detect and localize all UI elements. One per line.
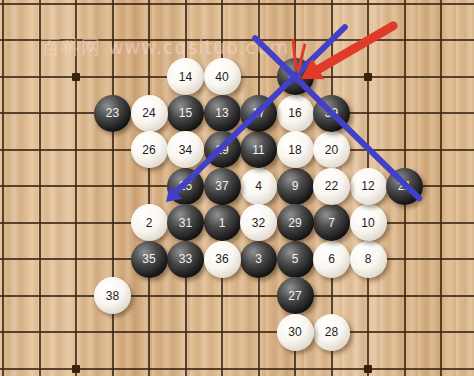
stone-move-number: 31 (179, 217, 192, 229)
stone-move-number: 16 (288, 107, 301, 119)
star-point (72, 73, 80, 81)
stone-move-number: 24 (142, 107, 155, 119)
stone-15-black: 15 (167, 95, 204, 132)
stone-7-black: 7 (313, 204, 350, 241)
stone-move-number: 22 (325, 180, 338, 192)
stone-move-number: 12 (361, 180, 374, 192)
stone-29-black: 29 (277, 204, 314, 241)
grid-horizontal-line (0, 331, 474, 333)
stone-move-number: 4 (255, 180, 262, 192)
stone-move-number: 35 (142, 253, 155, 265)
star-point (364, 365, 372, 373)
stone-move-number: 40 (215, 71, 228, 83)
stone-move-number: 2 (146, 217, 153, 229)
stone-move-number: 23 (106, 107, 119, 119)
stone-18-white: 18 (277, 131, 314, 168)
stone-move-number: 18 (288, 144, 301, 156)
stone-move-number: 36 (215, 253, 228, 265)
stone-move-number: 34 (179, 144, 192, 156)
stone-move-number: 32 (252, 217, 265, 229)
stone-3-black: 3 (240, 241, 277, 278)
stone-move-number: 7 (328, 217, 335, 229)
stone-9-black: 9 (277, 168, 314, 205)
stone-move-number: 26 (142, 144, 155, 156)
stone-4-white: 4 (240, 168, 277, 205)
stone-1-black: 1 (204, 204, 241, 241)
grid-vertical-line (440, 0, 442, 376)
stone-move-number: 29 (288, 217, 301, 229)
grid-horizontal-line (0, 295, 474, 297)
stone-move-number: 5 (292, 253, 299, 265)
stone-move-number: 3 (255, 253, 262, 265)
stone-2-white: 2 (131, 204, 168, 241)
stone-move-number: 27 (288, 290, 301, 302)
stone-move-number: 30 (288, 326, 301, 338)
stone-36-white: 36 (204, 241, 241, 278)
stone-30-white: 30 (277, 314, 314, 351)
stone-16-white: 16 (277, 95, 314, 132)
stone-move-number: 1 (219, 217, 226, 229)
stone-move-number: 14 (179, 71, 192, 83)
stone-14-white: 14 (167, 58, 204, 95)
stone-move-number: 13 (215, 107, 228, 119)
stone-move-number: 8 (365, 253, 372, 265)
stone-6-white: 6 (313, 241, 350, 278)
stone-8-white: 8 (350, 241, 387, 278)
stone-23-black: 23 (94, 95, 131, 132)
stone-move-number: 9 (292, 180, 299, 192)
grid-vertical-line (2, 0, 4, 376)
stone-move-number: 33 (179, 253, 192, 265)
stone-20-white: 20 (313, 131, 350, 168)
stone-34-white: 34 (167, 131, 204, 168)
stone-move-number: 20 (325, 144, 338, 156)
stone-37-black: 37 (204, 168, 241, 205)
stone-12-white: 12 (350, 168, 387, 205)
stone-move-number: 10 (361, 217, 374, 229)
stone-move-number: 6 (328, 253, 335, 265)
stone-22-white: 22 (313, 168, 350, 205)
stone-move-number: 11 (252, 144, 264, 156)
stone-27-black: 27 (277, 277, 314, 314)
stone-35-black: 35 (131, 241, 168, 278)
grid-horizontal-line (0, 3, 474, 5)
stone-26-white: 26 (131, 131, 168, 168)
stone-move-number: 15 (179, 107, 192, 119)
stone-28-white: 28 (313, 314, 350, 351)
stone-move-number: 28 (325, 326, 338, 338)
stone-move-number: 37 (215, 180, 228, 192)
stone-38-white: 38 (94, 277, 131, 314)
stone-10-white: 10 (350, 204, 387, 241)
star-point (364, 73, 372, 81)
stone-24-white: 24 (131, 95, 168, 132)
stone-5-black: 5 (277, 241, 314, 278)
stone-move-number: 38 (106, 290, 119, 302)
stone-31-black: 31 (167, 204, 204, 241)
stone-13-black: 13 (204, 95, 241, 132)
gomoku-board-diagram: 百科网 www.cqsituo.com 12345678910111213141… (0, 0, 474, 376)
stone-11-black: 11 (240, 131, 277, 168)
star-point (72, 365, 80, 373)
stone-33-black: 33 (167, 241, 204, 278)
stone-32-white: 32 (240, 204, 277, 241)
stone-40-white: 40 (204, 58, 241, 95)
